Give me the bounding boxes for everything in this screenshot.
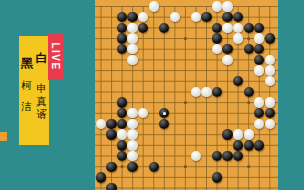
black-player-column: 黑 柯洁 [19,36,34,145]
white-stone [254,33,264,43]
black-stone [222,12,232,22]
black-stone [106,183,116,190]
black-stone [212,172,222,182]
white-stone [222,1,232,11]
black-stone [117,97,127,107]
white-stone [149,1,159,11]
black-stone [222,151,232,161]
white-stone [201,87,211,97]
black-stone [106,162,116,172]
white-stone [127,140,137,150]
white-stone [265,97,275,107]
black-stone [254,140,264,150]
player-name-char: 洁 [21,100,32,112]
white-stone [127,55,137,65]
white-stone [244,129,254,139]
white-stone [233,33,243,43]
white-stone [265,119,275,129]
white-stone [212,1,222,11]
black-stone [201,12,211,22]
player-name-char: 申 [36,82,47,94]
white-stone [127,23,137,33]
black-stone [222,129,232,139]
white-stone [265,65,275,75]
white-stone [222,55,232,65]
white-stone [127,33,137,43]
black-stone [96,172,106,182]
live-badge-label: LIVE [48,33,63,80]
black-stone [244,23,254,33]
black-stone [244,87,254,97]
white-stone [222,23,232,33]
orange-chip-decoration [0,132,7,141]
black-stone [149,162,159,172]
player-name-char: 柯 [21,79,32,91]
black-stone [265,33,275,43]
black-stone [212,33,222,43]
broadcast-frame: 黑 柯洁 白 申真谞 LIVE [0,0,304,190]
black-label: 黑 [21,57,33,70]
black-stone [117,140,127,150]
black-stone [117,33,127,43]
white-stone [127,151,137,161]
white-stone [117,129,127,139]
player-name-char: 谞 [36,108,47,120]
white-label: 白 [36,52,48,65]
black-stone [106,119,116,129]
last-move-marker [163,112,166,115]
white-stone [233,129,243,139]
black-stone [233,140,243,150]
live-badge: LIVE [48,33,63,80]
white-stone [127,129,137,139]
white-stone [265,55,275,65]
players-banner: 黑 柯洁 白 申真谞 [19,36,49,145]
player-name-char: 真 [36,95,47,107]
black-stone [244,140,254,150]
black-stone [127,162,137,172]
go-board [95,0,278,190]
white-player-column: 白 申真谞 [34,36,49,145]
white-stone [127,119,137,129]
black-stone [106,129,116,139]
